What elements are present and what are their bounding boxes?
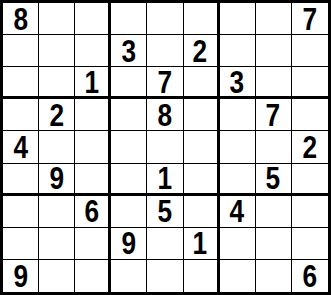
sudoku-cell-r3c2[interactable] [39, 67, 75, 99]
sudoku-cell-r4c3[interactable] [75, 99, 111, 131]
sudoku-cell-r9c9: 6 [292, 260, 328, 292]
sudoku-cell-r4c7[interactable] [220, 99, 256, 131]
sudoku-cell-r2c3[interactable] [75, 35, 111, 67]
sudoku-cell-r2c2[interactable] [39, 35, 75, 67]
sudoku-cell-r5c6[interactable] [184, 131, 220, 163]
sudoku-cell-r1c3[interactable] [75, 3, 111, 35]
given-digit: 5 [266, 164, 281, 195]
sudoku-cell-r4c5: 8 [147, 99, 183, 131]
sudoku-cell-r1c2[interactable] [39, 3, 75, 35]
sudoku-cell-r8c6: 1 [184, 228, 220, 260]
sudoku-cell-r7c7: 4 [220, 196, 256, 228]
sudoku-cell-r6c5: 1 [147, 164, 183, 196]
sudoku-board: 8732173287429156549196 [0, 0, 331, 295]
sudoku-cell-r5c4[interactable] [111, 131, 147, 163]
given-digit: 5 [158, 196, 173, 228]
sudoku-cell-r2c7[interactable] [220, 35, 256, 67]
sudoku-cell-r9c1: 9 [3, 260, 39, 292]
sudoku-cell-r3c7: 3 [220, 67, 256, 99]
given-digit: 9 [49, 164, 64, 195]
sudoku-cell-r9c7[interactable] [220, 260, 256, 292]
given-digit: 6 [303, 260, 318, 292]
sudoku-cell-r6c4[interactable] [111, 164, 147, 196]
given-digit: 7 [303, 3, 318, 35]
given-digit: 2 [193, 35, 208, 67]
sudoku-cell-r1c9: 7 [292, 3, 328, 35]
given-digit: 2 [303, 131, 318, 163]
sudoku-cell-r3c9[interactable] [292, 67, 328, 99]
sudoku-cell-r8c1[interactable] [3, 228, 39, 260]
sudoku-cell-r1c7[interactable] [220, 3, 256, 35]
sudoku-cell-r5c9: 2 [292, 131, 328, 163]
sudoku-cell-r3c1[interactable] [3, 67, 39, 99]
given-digit: 6 [84, 196, 99, 228]
sudoku-cell-r3c8[interactable] [256, 67, 292, 99]
sudoku-cell-r9c6[interactable] [184, 260, 220, 292]
sudoku-cell-r2c5[interactable] [147, 35, 183, 67]
sudoku-cell-r4c1[interactable] [3, 99, 39, 131]
sudoku-cell-r9c4[interactable] [111, 260, 147, 292]
sudoku-cell-r1c6[interactable] [184, 3, 220, 35]
given-digit: 9 [13, 260, 28, 292]
sudoku-cell-r4c8: 7 [256, 99, 292, 131]
given-digit: 4 [230, 196, 245, 228]
sudoku-cell-r8c9[interactable] [292, 228, 328, 260]
given-digit: 7 [266, 99, 281, 131]
sudoku-cell-r1c8[interactable] [256, 3, 292, 35]
sudoku-cell-r6c2: 9 [39, 164, 75, 196]
given-digit: 1 [193, 228, 208, 260]
sudoku-cell-r6c1[interactable] [3, 164, 39, 196]
sudoku-cell-r6c8: 5 [256, 164, 292, 196]
sudoku-cell-r9c8[interactable] [256, 260, 292, 292]
sudoku-cell-r2c6: 2 [184, 35, 220, 67]
given-digit: 3 [230, 67, 245, 98]
sudoku-cell-r1c5[interactable] [147, 3, 183, 35]
sudoku-cell-r7c2[interactable] [39, 196, 75, 228]
sudoku-cell-r4c4[interactable] [111, 99, 147, 131]
sudoku-cell-r7c5: 5 [147, 196, 183, 228]
sudoku-cell-r8c4: 9 [111, 228, 147, 260]
sudoku-cell-r2c4: 3 [111, 35, 147, 67]
sudoku-cell-r3c4[interactable] [111, 67, 147, 99]
given-digit: 8 [13, 3, 28, 35]
given-digit: 4 [13, 131, 28, 163]
sudoku-cell-r8c2[interactable] [39, 228, 75, 260]
sudoku-cell-r3c6[interactable] [184, 67, 220, 99]
sudoku-cell-r7c4[interactable] [111, 196, 147, 228]
sudoku-cell-r6c9[interactable] [292, 164, 328, 196]
sudoku-cell-r5c7[interactable] [220, 131, 256, 163]
given-digit: 7 [158, 67, 173, 98]
given-digit: 2 [49, 99, 64, 131]
sudoku-cell-r6c6[interactable] [184, 164, 220, 196]
sudoku-cell-r1c1: 8 [3, 3, 39, 35]
sudoku-cell-r3c3: 1 [75, 67, 111, 99]
sudoku-cell-r6c3[interactable] [75, 164, 111, 196]
sudoku-cell-r7c3: 6 [75, 196, 111, 228]
given-digit: 9 [122, 228, 137, 260]
sudoku-cell-r2c8[interactable] [256, 35, 292, 67]
sudoku-cell-r4c6[interactable] [184, 99, 220, 131]
sudoku-cell-r9c3[interactable] [75, 260, 111, 292]
given-digit: 1 [84, 67, 99, 98]
sudoku-cell-r5c1: 4 [3, 131, 39, 163]
sudoku-cell-r2c9[interactable] [292, 35, 328, 67]
sudoku-cell-r7c8[interactable] [256, 196, 292, 228]
sudoku-cell-r8c3[interactable] [75, 228, 111, 260]
sudoku-cell-r5c5[interactable] [147, 131, 183, 163]
sudoku-cell-r9c5[interactable] [147, 260, 183, 292]
sudoku-cell-r7c1[interactable] [3, 196, 39, 228]
given-digit: 8 [158, 99, 173, 131]
sudoku-cell-r4c2: 2 [39, 99, 75, 131]
given-digit: 3 [122, 35, 137, 67]
sudoku-cell-r8c5[interactable] [147, 228, 183, 260]
sudoku-cell-r1c4[interactable] [111, 3, 147, 35]
sudoku-cell-r3c5: 7 [147, 67, 183, 99]
sudoku-cell-r7c9[interactable] [292, 196, 328, 228]
given-digit: 1 [158, 164, 173, 195]
sudoku-cell-r5c8[interactable] [256, 131, 292, 163]
sudoku-cell-r5c3[interactable] [75, 131, 111, 163]
sudoku-cell-r4c9[interactable] [292, 99, 328, 131]
sudoku-cell-r5c2[interactable] [39, 131, 75, 163]
sudoku-cell-r7c6[interactable] [184, 196, 220, 228]
sudoku-cell-r9c2[interactable] [39, 260, 75, 292]
sudoku-cell-r8c7[interactable] [220, 228, 256, 260]
sudoku-cell-r2c1[interactable] [3, 35, 39, 67]
sudoku-cell-r8c8[interactable] [256, 228, 292, 260]
sudoku-cell-r6c7[interactable] [220, 164, 256, 196]
